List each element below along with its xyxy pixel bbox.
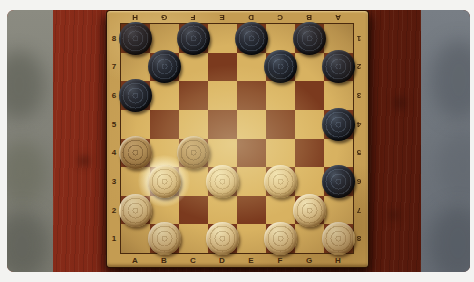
file-label-bottom-B: B xyxy=(158,256,170,265)
file-label-bottom-E: E xyxy=(245,256,257,265)
rank-label-right-1: 1 xyxy=(353,34,365,43)
square-G3 xyxy=(295,167,324,196)
white-man-A4[interactable] xyxy=(119,136,152,169)
square-A7 xyxy=(121,53,150,82)
square-F4 xyxy=(266,139,295,168)
file-label-top-E: E xyxy=(216,13,228,22)
rank-label-left-5: 5 xyxy=(108,120,120,129)
file-label-bottom-A: A xyxy=(129,256,141,265)
square-E2[interactable] xyxy=(237,196,266,225)
square-H6 xyxy=(324,81,353,110)
square-H2 xyxy=(324,196,353,225)
white-man-B3[interactable] xyxy=(148,165,181,198)
rank-label-right-5: 5 xyxy=(353,148,365,157)
black-man-E8[interactable] xyxy=(235,22,268,55)
square-H8 xyxy=(324,24,353,53)
square-G6[interactable] xyxy=(295,81,324,110)
rank-label-right-6: 6 xyxy=(353,177,365,186)
file-label-top-C: C xyxy=(274,13,286,22)
rank-label-right-8: 8 xyxy=(353,234,365,243)
square-B8 xyxy=(150,24,179,53)
square-D7[interactable] xyxy=(208,53,237,82)
square-E7 xyxy=(237,53,266,82)
file-label-top-B: B xyxy=(303,13,315,22)
square-F6 xyxy=(266,81,295,110)
black-man-H7[interactable] xyxy=(322,50,355,83)
checkers-board: 81HA72GB63FC54ED45DE36CF27BG18AH xyxy=(107,11,368,267)
white-man-C4[interactable] xyxy=(177,136,210,169)
square-C7 xyxy=(179,53,208,82)
black-man-B7[interactable] xyxy=(148,50,181,83)
black-man-A8[interactable] xyxy=(119,22,152,55)
rank-label-left-3: 3 xyxy=(108,177,120,186)
file-label-bottom-F: F xyxy=(274,256,286,265)
file-label-top-F: F xyxy=(187,13,199,22)
square-E4[interactable] xyxy=(237,139,266,168)
wood-knot xyxy=(387,205,401,225)
square-E5 xyxy=(237,110,266,139)
file-label-top-D: D xyxy=(245,13,257,22)
black-man-A6[interactable] xyxy=(119,79,152,112)
white-man-A2[interactable] xyxy=(119,194,152,227)
white-man-B1[interactable] xyxy=(148,222,181,255)
file-label-bottom-H: H xyxy=(332,256,344,265)
square-B6 xyxy=(150,81,179,110)
checkers-app-page: 81HA72GB63FC54ED45DE36CF27BG18AH xyxy=(0,0,474,282)
white-man-D3[interactable] xyxy=(206,165,239,198)
square-C5 xyxy=(179,110,208,139)
white-man-F3[interactable] xyxy=(264,165,297,198)
white-man-H1[interactable] xyxy=(322,222,355,255)
rank-label-right-3: 3 xyxy=(353,91,365,100)
white-man-F1[interactable] xyxy=(264,222,297,255)
blurred-edge-left xyxy=(7,10,53,272)
white-man-D1[interactable] xyxy=(206,222,239,255)
square-G7 xyxy=(295,53,324,82)
black-man-H5[interactable] xyxy=(322,108,355,141)
blurred-edge-right xyxy=(421,10,470,272)
square-A5 xyxy=(121,110,150,139)
square-G4[interactable] xyxy=(295,139,324,168)
black-man-C8[interactable] xyxy=(177,22,210,55)
file-label-top-A: A xyxy=(332,13,344,22)
square-E1 xyxy=(237,224,266,253)
square-D5[interactable] xyxy=(208,110,237,139)
square-E3 xyxy=(237,167,266,196)
file-label-bottom-D: D xyxy=(216,256,228,265)
square-C6[interactable] xyxy=(179,81,208,110)
file-label-top-G: G xyxy=(158,13,170,22)
square-E6[interactable] xyxy=(237,81,266,110)
white-man-G2[interactable] xyxy=(293,194,326,227)
wood-table-background: 81HA72GB63FC54ED45DE36CF27BG18AH xyxy=(7,10,470,272)
black-man-H3[interactable] xyxy=(322,165,355,198)
square-D4 xyxy=(208,139,237,168)
square-C2[interactable] xyxy=(179,196,208,225)
black-man-F7[interactable] xyxy=(264,50,297,83)
rank-label-left-1: 1 xyxy=(108,234,120,243)
rank-label-right-7: 7 xyxy=(353,206,365,215)
square-H4 xyxy=(324,139,353,168)
rank-label-left-7: 7 xyxy=(108,62,120,71)
square-D8 xyxy=(208,24,237,53)
square-F8 xyxy=(266,24,295,53)
square-A1 xyxy=(121,224,150,253)
square-G5 xyxy=(295,110,324,139)
file-label-bottom-C: C xyxy=(187,256,199,265)
wood-knot xyxy=(392,90,408,116)
square-D6 xyxy=(208,81,237,110)
square-F2 xyxy=(266,196,295,225)
square-B5[interactable] xyxy=(150,110,179,139)
file-label-top-H: H xyxy=(129,13,141,22)
square-G1 xyxy=(295,224,324,253)
wood-knot xyxy=(77,150,91,172)
square-C1 xyxy=(179,224,208,253)
rank-label-right-4: 4 xyxy=(353,120,365,129)
file-label-bottom-G: G xyxy=(303,256,315,265)
black-man-G8[interactable] xyxy=(293,22,326,55)
square-F5[interactable] xyxy=(266,110,295,139)
rank-label-right-2: 2 xyxy=(353,62,365,71)
square-D2 xyxy=(208,196,237,225)
